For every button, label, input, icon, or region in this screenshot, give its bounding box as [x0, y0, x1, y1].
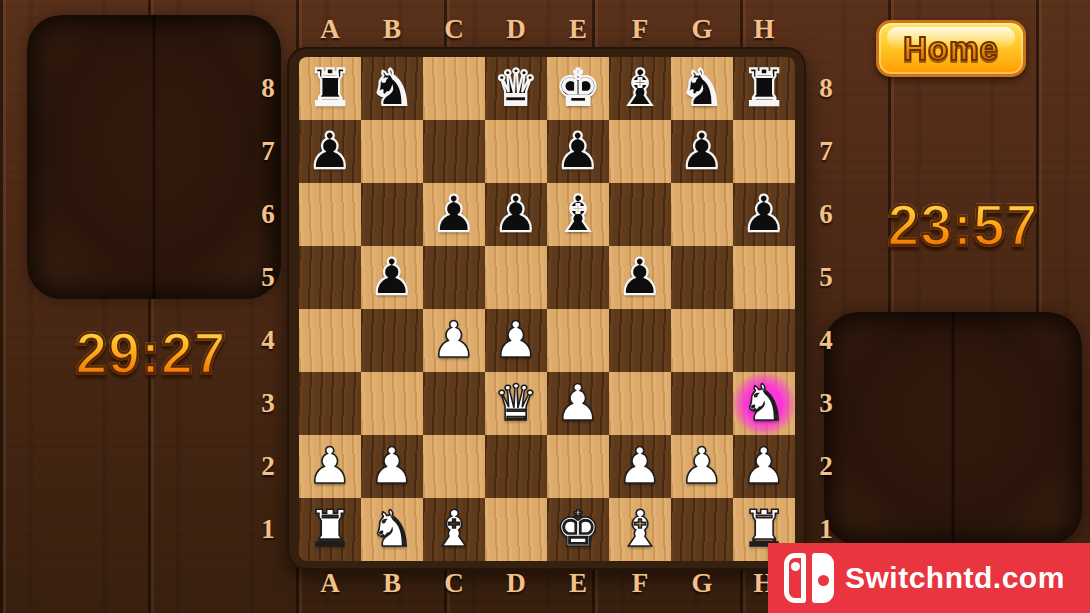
- piece-white-pawn[interactable]: ♟: [432, 309, 477, 372]
- square-g4[interactable]: [671, 309, 733, 372]
- square-c6[interactable]: ♟: [423, 183, 485, 246]
- nintendo-switch-icon: [784, 553, 834, 603]
- square-e4[interactable]: [547, 309, 609, 372]
- square-b2[interactable]: ♟: [361, 435, 423, 498]
- piece-white-king[interactable]: ♚: [556, 498, 601, 561]
- square-f4[interactable]: [609, 309, 671, 372]
- square-f6[interactable]: [609, 183, 671, 246]
- square-g2[interactable]: ♟: [671, 435, 733, 498]
- coord-label-c: C: [423, 566, 485, 600]
- coord-label-a: A: [299, 12, 361, 46]
- square-a5[interactable]: [299, 246, 361, 309]
- home-button[interactable]: Home: [876, 20, 1026, 77]
- rank-labels-left: 87654321: [250, 57, 286, 561]
- coord-label-3: 3: [808, 372, 844, 435]
- file-labels-top: ABCDEFGH: [299, 12, 795, 46]
- square-b4[interactable]: [361, 309, 423, 372]
- square-f1[interactable]: ♝: [609, 498, 671, 561]
- square-g8[interactable]: ♞: [671, 57, 733, 120]
- coord-label-g: G: [671, 566, 733, 600]
- square-d1[interactable]: [485, 498, 547, 561]
- square-a7[interactable]: ♟: [299, 120, 361, 183]
- square-h8[interactable]: ♜: [733, 57, 795, 120]
- piece-white-knight[interactable]: ♞: [742, 372, 787, 435]
- square-d8[interactable]: ♛: [485, 57, 547, 120]
- square-c3[interactable]: [423, 372, 485, 435]
- piece-black-knight[interactable]: ♞: [370, 57, 415, 120]
- square-b5[interactable]: ♟: [361, 246, 423, 309]
- game-screen: ♜♞♛♚♝♞♜♟♟♟♟♟♝♟♟♟♟♟♛♟♞♟♟♟♟♟♜♞♝♚♝♜ ABCDEFG…: [0, 0, 1090, 613]
- square-d5[interactable]: [485, 246, 547, 309]
- chess-board: ♜♞♛♚♝♞♜♟♟♟♟♟♝♟♟♟♟♟♛♟♞♟♟♟♟♟♜♞♝♚♝♜: [299, 57, 795, 561]
- square-e7[interactable]: ♟: [547, 120, 609, 183]
- square-a3[interactable]: [299, 372, 361, 435]
- square-a8[interactable]: ♜: [299, 57, 361, 120]
- piece-white-rook[interactable]: ♜: [308, 498, 353, 561]
- coord-label-g: G: [671, 12, 733, 46]
- square-f5[interactable]: ♟: [609, 246, 671, 309]
- coord-label-2: 2: [808, 435, 844, 498]
- coord-label-b: B: [361, 566, 423, 600]
- watermark-banner: Switchntd.com: [768, 543, 1090, 613]
- square-h7[interactable]: [733, 120, 795, 183]
- home-button-label: Home: [903, 30, 999, 68]
- square-g1[interactable]: [671, 498, 733, 561]
- coord-label-f: F: [609, 12, 671, 46]
- piece-white-pawn[interactable]: ♟: [556, 372, 601, 435]
- wood-panel-top-left: [27, 15, 281, 299]
- coord-label-5: 5: [250, 246, 286, 309]
- square-h3[interactable]: ♞: [733, 372, 795, 435]
- square-e2[interactable]: [547, 435, 609, 498]
- square-d4[interactable]: ♟: [485, 309, 547, 372]
- square-c1[interactable]: ♝: [423, 498, 485, 561]
- coord-label-8: 8: [808, 57, 844, 120]
- piece-black-pawn[interactable]: ♟: [308, 120, 353, 183]
- square-b1[interactable]: ♞: [361, 498, 423, 561]
- switch-right-joycon-icon: [812, 553, 834, 603]
- square-f2[interactable]: ♟: [609, 435, 671, 498]
- square-e1[interactable]: ♚: [547, 498, 609, 561]
- piece-white-pawn[interactable]: ♟: [680, 435, 725, 498]
- coord-label-6: 6: [808, 183, 844, 246]
- square-g6[interactable]: [671, 183, 733, 246]
- piece-black-pawn[interactable]: ♟: [556, 120, 601, 183]
- square-f3[interactable]: [609, 372, 671, 435]
- coord-label-6: 6: [250, 183, 286, 246]
- piece-black-pawn[interactable]: ♟: [370, 246, 415, 309]
- coord-label-b: B: [361, 12, 423, 46]
- file-labels-bottom: ABCDEFGH: [299, 566, 795, 600]
- piece-white-pawn[interactable]: ♟: [308, 435, 353, 498]
- piece-black-pawn[interactable]: ♟: [432, 183, 477, 246]
- coord-label-c: C: [423, 12, 485, 46]
- piece-white-knight[interactable]: ♞: [370, 498, 415, 561]
- coord-label-1: 1: [250, 498, 286, 561]
- square-b7[interactable]: [361, 120, 423, 183]
- square-a2[interactable]: ♟: [299, 435, 361, 498]
- piece-white-bishop[interactable]: ♝: [432, 498, 477, 561]
- square-g7[interactable]: ♟: [671, 120, 733, 183]
- black-player-clock: 23:57: [843, 192, 1083, 258]
- coord-label-e: E: [547, 566, 609, 600]
- square-g3[interactable]: [671, 372, 733, 435]
- piece-black-pawn[interactable]: ♟: [494, 183, 539, 246]
- piece-black-pawn[interactable]: ♟: [742, 183, 787, 246]
- coord-label-a: A: [299, 566, 361, 600]
- square-a6[interactable]: [299, 183, 361, 246]
- square-c5[interactable]: [423, 246, 485, 309]
- piece-black-pawn[interactable]: ♟: [680, 120, 725, 183]
- coord-label-h: H: [733, 12, 795, 46]
- square-h5[interactable]: [733, 246, 795, 309]
- piece-black-knight[interactable]: ♞: [680, 57, 725, 120]
- piece-white-pawn[interactable]: ♟: [742, 435, 787, 498]
- square-e8[interactable]: ♚: [547, 57, 609, 120]
- square-e5[interactable]: [547, 246, 609, 309]
- coord-label-4: 4: [808, 309, 844, 372]
- coord-label-7: 7: [808, 120, 844, 183]
- coord-label-d: D: [485, 12, 547, 46]
- coord-label-f: F: [609, 566, 671, 600]
- square-d7[interactable]: [485, 120, 547, 183]
- square-b6[interactable]: [361, 183, 423, 246]
- coord-label-5: 5: [808, 246, 844, 309]
- watermark-text: Switchntd.com: [845, 561, 1065, 595]
- piece-black-bishop[interactable]: ♝: [618, 57, 663, 120]
- square-c2[interactable]: [423, 435, 485, 498]
- square-h2[interactable]: ♟: [733, 435, 795, 498]
- piece-black-rook[interactable]: ♜: [742, 57, 787, 120]
- square-d3[interactable]: ♛: [485, 372, 547, 435]
- coord-label-8: 8: [250, 57, 286, 120]
- square-b8[interactable]: ♞: [361, 57, 423, 120]
- piece-white-pawn[interactable]: ♟: [370, 435, 415, 498]
- square-h4[interactable]: [733, 309, 795, 372]
- piece-white-bishop[interactable]: ♝: [618, 498, 663, 561]
- square-b3[interactable]: [361, 372, 423, 435]
- coord-label-7: 7: [250, 120, 286, 183]
- square-c8[interactable]: [423, 57, 485, 120]
- square-a1[interactable]: ♜: [299, 498, 361, 561]
- piece-white-pawn[interactable]: ♟: [494, 309, 539, 372]
- coord-label-d: D: [485, 566, 547, 600]
- piece-black-king[interactable]: ♚: [556, 57, 601, 120]
- switch-left-joycon-icon: [784, 553, 806, 603]
- square-e3[interactable]: ♟: [547, 372, 609, 435]
- piece-black-bishop[interactable]: ♝: [556, 183, 601, 246]
- piece-black-queen[interactable]: ♛: [494, 57, 539, 120]
- coord-label-2: 2: [250, 435, 286, 498]
- square-f8[interactable]: ♝: [609, 57, 671, 120]
- square-h6[interactable]: ♟: [733, 183, 795, 246]
- rank-labels-right: 87654321: [808, 57, 844, 561]
- square-e6[interactable]: ♝: [547, 183, 609, 246]
- square-d6[interactable]: ♟: [485, 183, 547, 246]
- piece-white-queen[interactable]: ♛: [494, 372, 539, 435]
- square-c4[interactable]: ♟: [423, 309, 485, 372]
- square-f7[interactable]: [609, 120, 671, 183]
- piece-white-pawn[interactable]: ♟: [618, 435, 663, 498]
- wood-panel-bottom-right: [824, 312, 1082, 545]
- square-d2[interactable]: [485, 435, 547, 498]
- coord-label-e: E: [547, 12, 609, 46]
- square-c7[interactable]: [423, 120, 485, 183]
- piece-black-pawn[interactable]: ♟: [618, 246, 663, 309]
- square-g5[interactable]: [671, 246, 733, 309]
- white-player-clock: 29:27: [35, 320, 267, 386]
- square-a4[interactable]: [299, 309, 361, 372]
- piece-black-rook[interactable]: ♜: [308, 57, 353, 120]
